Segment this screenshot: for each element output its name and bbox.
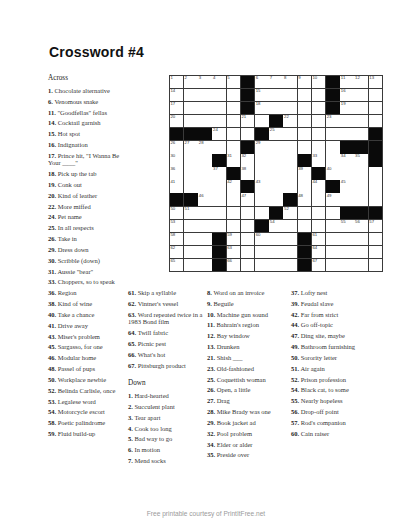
cell-number: 49: [327, 194, 332, 199]
grid-cell[interactable]: [255, 115, 269, 127]
grid-cell[interactable]: 30: [170, 154, 184, 166]
grid-cell[interactable]: [340, 233, 354, 245]
clue: 57. Rod's companion: [291, 419, 385, 427]
down-clue-list-2: 8. Word on an invoice9. Beguile10. Machi…: [207, 289, 292, 459]
grid-cell-black: [255, 220, 269, 232]
grid-cell[interactable]: 50: [170, 207, 184, 219]
grid-cell[interactable]: [283, 128, 297, 140]
grid-cell[interactable]: 59: [227, 233, 241, 245]
clue: 39. Feudal slave: [291, 300, 385, 308]
grid-cell[interactable]: [354, 193, 368, 205]
clue: 19. Conk out: [48, 181, 130, 189]
clue: 35. Preside over: [207, 451, 292, 459]
grid-cell[interactable]: 9: [298, 76, 312, 88]
grid-cell[interactable]: 4: [212, 76, 226, 88]
grid-cell-black: [184, 193, 198, 205]
grid-cell[interactable]: [369, 89, 383, 101]
clue: 12. Bay window: [207, 332, 292, 340]
grid-cell[interactable]: [255, 207, 269, 219]
grid-cell[interactable]: 15: [255, 89, 269, 101]
grid-cell[interactable]: [298, 220, 312, 232]
grid-cell[interactable]: 36: [170, 167, 184, 179]
grid-cell[interactable]: [312, 220, 326, 232]
grid-cell[interactable]: [326, 259, 340, 271]
grid-cell[interactable]: [184, 102, 198, 114]
cell-number: 63: [227, 246, 232, 251]
clue: 42. Far from strict: [291, 311, 385, 319]
grid-cell[interactable]: [212, 207, 226, 219]
grid-cell[interactable]: [326, 207, 340, 219]
grid-cell[interactable]: 26: [170, 141, 184, 153]
grid-cell[interactable]: 55: [340, 220, 354, 232]
cell-number: 21: [241, 115, 246, 120]
clue: 31. Aussie "bear": [48, 268, 130, 276]
grid-cell[interactable]: [241, 259, 255, 271]
grid-cell[interactable]: [298, 102, 312, 114]
clue: 22. More miffed: [48, 203, 130, 211]
grid-cell[interactable]: [354, 128, 368, 140]
cell-number: 34: [341, 154, 346, 159]
grid-cell-black: [255, 128, 269, 140]
grid-cell[interactable]: 18: [255, 102, 269, 114]
grid-cell[interactable]: [255, 246, 269, 258]
clue: 59. Fluid build-up: [48, 430, 130, 438]
grid-cell[interactable]: [312, 128, 326, 140]
grid-cell-black: [212, 259, 226, 271]
grid-cell[interactable]: 62: [170, 246, 184, 258]
cell-number: 59: [227, 233, 232, 238]
clue: 7. Mend socks: [128, 457, 205, 465]
grid-cell[interactable]: [354, 115, 368, 127]
grid-cell-black: [340, 207, 354, 219]
grid-cell[interactable]: 49: [326, 193, 340, 205]
grid-cell[interactable]: [283, 180, 297, 192]
grid-cell[interactable]: 24: [212, 128, 226, 140]
grid-cell[interactable]: 34: [340, 154, 354, 166]
grid-cell[interactable]: [369, 246, 383, 258]
grid-cell[interactable]: 7: [269, 76, 283, 88]
grid-cell[interactable]: [227, 128, 241, 140]
grid-cell[interactable]: [255, 193, 269, 205]
grid-cell[interactable]: 22: [283, 115, 297, 127]
clue: 66. What's hot: [128, 351, 205, 359]
grid-cell[interactable]: 61: [312, 233, 326, 245]
grid-cell[interactable]: 60: [255, 233, 269, 245]
grid-cell[interactable]: [198, 102, 212, 114]
grid-cell[interactable]: [184, 246, 198, 258]
grid-cell[interactable]: [241, 246, 255, 258]
grid-cell[interactable]: 37: [212, 167, 226, 179]
across-clues-column: Across 1. Chocolate alternative6. Venomo…: [48, 74, 130, 441]
grid-cell-black: [212, 154, 226, 166]
grid-cell[interactable]: [269, 233, 283, 245]
grid-cell-black: [298, 246, 312, 258]
grid-cell[interactable]: [340, 246, 354, 258]
grid-cell[interactable]: 54: [269, 220, 283, 232]
grid-cell[interactable]: 65: [170, 259, 184, 271]
grid-cell[interactable]: [269, 141, 283, 153]
grid-cell[interactable]: [369, 180, 383, 192]
grid-cell[interactable]: 46: [198, 193, 212, 205]
clue: 30. Scribble (down): [48, 257, 130, 265]
grid-cell-black: [312, 167, 326, 179]
clue: 50. Workplace newbie: [48, 376, 130, 384]
grid-cell[interactable]: [283, 102, 297, 114]
grid-cell[interactable]: [283, 246, 297, 258]
section-gap: [128, 372, 205, 379]
grid-cell-black: [298, 259, 312, 271]
grid-cell[interactable]: 2: [184, 76, 198, 88]
across-clue-list-1: 1. Chocolate alternative6. Venomous snak…: [48, 87, 130, 438]
cell-number: 56: [355, 220, 360, 225]
grid-cell[interactable]: 67: [312, 259, 326, 271]
grid-cell[interactable]: [212, 180, 226, 192]
grid-cell[interactable]: [269, 259, 283, 271]
cell-number: 45: [341, 180, 346, 185]
grid-cell[interactable]: [298, 128, 312, 140]
grid-cell-black: [212, 233, 226, 245]
grid-cell[interactable]: [269, 180, 283, 192]
grid-cell[interactable]: [184, 89, 198, 101]
grid-cell[interactable]: [354, 180, 368, 192]
grid-cell[interactable]: 56: [354, 220, 368, 232]
cell-number: 55: [341, 220, 346, 225]
grid-cell[interactable]: [212, 193, 226, 205]
grid-cell[interactable]: [227, 207, 241, 219]
grid-cell[interactable]: [198, 180, 212, 192]
grid-cell[interactable]: [227, 193, 241, 205]
grid-cell[interactable]: [198, 89, 212, 101]
grid-cell[interactable]: [369, 115, 383, 127]
grid-cell[interactable]: [269, 193, 283, 205]
grid-cell[interactable]: [283, 154, 297, 166]
cell-number: 40: [327, 167, 332, 172]
clues-column-4: 37. Lofty nest39. Feudal slave42. Far fr…: [291, 289, 385, 441]
grid-cell[interactable]: [326, 154, 340, 166]
grid-cell[interactable]: [269, 246, 283, 258]
grid-cell[interactable]: [354, 233, 368, 245]
grid-cell-black: [354, 141, 368, 153]
grid-cell[interactable]: [298, 180, 312, 192]
grid-cell[interactable]: [283, 220, 297, 232]
clue: 14. Cocktail garnish: [48, 119, 130, 127]
grid-cell[interactable]: 42: [227, 180, 241, 192]
grid-cell[interactable]: 12: [354, 76, 368, 88]
grid-cell[interactable]: [354, 246, 368, 258]
grid-cell[interactable]: [340, 115, 354, 127]
grid-cell[interactable]: [255, 154, 269, 166]
grid-cell[interactable]: [184, 220, 198, 232]
crossword-page: Crossword #4 123456789101112131415161718…: [0, 0, 412, 530]
cell-number: 53: [170, 220, 175, 225]
clue: 32. Pool problem: [207, 430, 292, 438]
cell-number: 16: [341, 89, 346, 94]
grid-cell-black: [369, 207, 383, 219]
cell-number: 66: [227, 259, 232, 264]
grid-cell[interactable]: 45: [340, 180, 354, 192]
clue: 48. Passel of pups: [48, 365, 130, 373]
grid-cell[interactable]: [184, 167, 198, 179]
grid-cell[interactable]: [354, 102, 368, 114]
grid-cell[interactable]: 66: [227, 259, 241, 271]
cell-number: 23: [327, 115, 332, 120]
grid-cell[interactable]: [340, 193, 354, 205]
grid-cell[interactable]: [340, 128, 354, 140]
grid-cell[interactable]: 52: [283, 207, 297, 219]
grid-cell[interactable]: [298, 89, 312, 101]
grid-cell[interactable]: [241, 207, 255, 219]
grid-cell[interactable]: 29: [255, 141, 269, 153]
grid-cell[interactable]: 25: [269, 128, 283, 140]
grid-cell[interactable]: [326, 128, 340, 140]
grid-cell[interactable]: [269, 102, 283, 114]
grid-cell[interactable]: [212, 115, 226, 127]
clue: 55. Nearly hopeless: [291, 397, 385, 405]
grid-cell[interactable]: [326, 233, 340, 245]
grid-cell[interactable]: [198, 115, 212, 127]
grid-cell[interactable]: 20: [170, 115, 184, 127]
grid-cell[interactable]: [354, 167, 368, 179]
grid-cell[interactable]: [255, 259, 269, 271]
grid-cell[interactable]: [227, 220, 241, 232]
clue: 63. Word repeated twice in a 1983 Bond f…: [128, 311, 205, 326]
grid-cell-black: [354, 207, 368, 219]
across-header: Across: [48, 74, 130, 82]
grid-cell[interactable]: 58: [170, 233, 184, 245]
grid-cell[interactable]: 13: [369, 76, 383, 88]
grid-cell[interactable]: [184, 154, 198, 166]
grid-cell[interactable]: [241, 233, 255, 245]
clue: 67. Pittsburgh product: [128, 362, 205, 370]
grid-cell[interactable]: [184, 259, 198, 271]
clue: 17. Prince hit, "I Wanna Be Your ____": [48, 152, 130, 167]
grid-cell[interactable]: [227, 89, 241, 101]
grid-cell[interactable]: 3: [198, 76, 212, 88]
grid-cell[interactable]: [298, 207, 312, 219]
clues-column-2: 61. Skip a syllable62. Vintner's vessel6…: [128, 289, 205, 468]
grid-cell[interactable]: [326, 246, 340, 258]
grid-cell[interactable]: 51: [184, 207, 198, 219]
grid-cell[interactable]: [241, 128, 255, 140]
grid-cell[interactable]: [354, 89, 368, 101]
grid-cell[interactable]: [340, 167, 354, 179]
grid-cell[interactable]: [198, 246, 212, 258]
grid-cell[interactable]: 48: [298, 193, 312, 205]
grid-cell[interactable]: 64: [312, 246, 326, 258]
grid-cell[interactable]: [198, 259, 212, 271]
clue: 3. Tear apart: [128, 414, 205, 422]
clue: 8. Word on an invoice: [207, 289, 292, 297]
grid-cell[interactable]: 35: [354, 154, 368, 166]
grid-cell[interactable]: 38: [241, 167, 255, 179]
grid-cell[interactable]: [354, 259, 368, 271]
grid-cell[interactable]: [298, 141, 312, 153]
grid-cell-black: [326, 76, 340, 88]
clue: 58. Poetic palindrome: [48, 419, 130, 427]
clue: 49. Bathroom furnishing: [291, 343, 385, 351]
clue: 24. Pet name: [48, 213, 130, 221]
grid-cell-black: [326, 180, 340, 192]
clue: 15. Hot spot: [48, 130, 130, 138]
grid-cell-black: [241, 180, 255, 192]
grid-cell-black: [298, 154, 312, 166]
grid-cell[interactable]: 11: [340, 76, 354, 88]
grid-cell[interactable]: [198, 154, 212, 166]
grid-cell[interactable]: 6: [255, 76, 269, 88]
cell-number: 2: [185, 76, 187, 81]
clue: 60. Cain raiser: [291, 430, 385, 438]
cell-number: 38: [241, 167, 246, 172]
grid-cell[interactable]: 28: [198, 141, 212, 153]
grid-cell[interactable]: [241, 220, 255, 232]
grid-cell[interactable]: [369, 193, 383, 205]
cell-number: 44: [312, 180, 317, 185]
clue: 20. Kind of leather: [48, 192, 130, 200]
grid-cell-black: [369, 141, 383, 153]
clue: 11. Bahrain's region: [207, 321, 292, 329]
grid-cell[interactable]: [312, 207, 326, 219]
grid-cell[interactable]: [312, 141, 326, 153]
grid-cell[interactable]: 53: [170, 220, 184, 232]
cell-number: 1: [170, 76, 172, 81]
grid-cell[interactable]: 19: [340, 102, 354, 114]
grid-cell[interactable]: [312, 89, 326, 101]
grid-cell[interactable]: 14: [170, 89, 184, 101]
clue: 46. Modular home: [48, 354, 130, 362]
grid-cell[interactable]: [312, 193, 326, 205]
clue: 2. Succulent plant: [128, 403, 205, 411]
cell-number: 19: [341, 102, 346, 107]
grid-cell[interactable]: [198, 207, 212, 219]
grid-cell[interactable]: [184, 180, 198, 192]
cell-number: 43: [256, 180, 261, 185]
grid-cell[interactable]: [326, 220, 340, 232]
grid-cell[interactable]: 33: [312, 154, 326, 166]
grid-cell[interactable]: [283, 167, 297, 179]
grid-cell[interactable]: 5: [227, 76, 241, 88]
grid-cell[interactable]: [227, 115, 241, 127]
grid-cell[interactable]: [340, 259, 354, 271]
clue: 9. Beguile: [207, 300, 292, 308]
grid-cell[interactable]: 39: [298, 167, 312, 179]
grid-cell[interactable]: [212, 89, 226, 101]
clue: 18. Pick up the tab: [48, 170, 130, 178]
grid-cell-black: [212, 246, 226, 258]
grid-cell-black: [227, 167, 241, 179]
grid-cell[interactable]: [369, 167, 383, 179]
cell-number: 48: [298, 194, 303, 199]
grid-cell[interactable]: 44: [312, 180, 326, 192]
grid-cell[interactable]: [255, 167, 269, 179]
clue: 62. Vintner's vessel: [128, 300, 205, 308]
grid-cell[interactable]: [184, 233, 198, 245]
grid-cell[interactable]: 43: [255, 180, 269, 192]
grid-cell-black: [241, 89, 255, 101]
clue: 38. Kind of wine: [48, 300, 130, 308]
grid-cell[interactable]: [283, 141, 297, 153]
grid-cell[interactable]: [198, 220, 212, 232]
clue: 44. Go off-topic: [291, 321, 385, 329]
grid-cell[interactable]: 40: [326, 167, 340, 179]
grid-cell[interactable]: [212, 141, 226, 153]
grid-cell[interactable]: 32: [241, 154, 255, 166]
grid-cell[interactable]: [326, 141, 340, 153]
grid-cell[interactable]: [269, 89, 283, 101]
grid-cell[interactable]: [369, 259, 383, 271]
grid-cell[interactable]: 57: [369, 220, 383, 232]
grid-cell[interactable]: [198, 233, 212, 245]
cell-number: 27: [185, 141, 190, 146]
grid-cell[interactable]: [227, 141, 241, 153]
grid-cell[interactable]: [212, 102, 226, 114]
grid-cell-black: [170, 193, 184, 205]
grid-cell[interactable]: [283, 259, 297, 271]
grid-cell-black: [184, 128, 198, 140]
cell-number: 60: [256, 233, 261, 238]
grid-cell[interactable]: [198, 167, 212, 179]
grid-cell[interactable]: [369, 233, 383, 245]
clue: 53. Legalese word: [48, 398, 130, 406]
grid-cell[interactable]: [312, 102, 326, 114]
grid-cell[interactable]: [269, 154, 283, 166]
cell-number: 54: [270, 220, 275, 225]
grid-cell[interactable]: [283, 233, 297, 245]
clue: 37. Lofty nest: [291, 289, 385, 297]
grid-cell[interactable]: [369, 102, 383, 114]
clue: 11. "Goodfellas" fellas: [48, 109, 130, 117]
clue: 54. Motorcycle escort: [48, 408, 130, 416]
cell-number: 20: [170, 115, 175, 120]
grid-cell[interactable]: [269, 167, 283, 179]
cell-number: 26: [170, 141, 175, 146]
grid-cell[interactable]: [283, 89, 297, 101]
grid-cell[interactable]: 16: [340, 89, 354, 101]
grid-cell[interactable]: [227, 102, 241, 114]
grid-cell[interactable]: [298, 115, 312, 127]
cell-number: 5: [227, 76, 229, 81]
grid-cell[interactable]: 1: [170, 76, 184, 88]
grid-cell-black: [241, 102, 255, 114]
grid-cell[interactable]: 10: [312, 76, 326, 88]
cell-number: 52: [284, 207, 289, 212]
cell-number: 65: [170, 259, 175, 264]
cell-number: 58: [170, 233, 175, 238]
grid-cell[interactable]: 23: [326, 115, 340, 127]
cell-number: 31: [227, 154, 232, 159]
grid-cell[interactable]: [312, 115, 326, 127]
clue: 41. Drive away: [48, 322, 130, 330]
grid-cell[interactable]: 21: [241, 115, 255, 127]
grid-cell[interactable]: 17: [170, 102, 184, 114]
grid-cell[interactable]: 63: [227, 246, 241, 258]
grid-cell[interactable]: 47: [241, 193, 255, 205]
grid-cell[interactable]: [184, 115, 198, 127]
grid-cell[interactable]: 31: [227, 154, 241, 166]
clue: 28. Mike Brady was one: [207, 408, 292, 416]
cell-number: 62: [170, 246, 175, 251]
grid-cell[interactable]: 27: [184, 141, 198, 153]
clue: 27. Drag: [207, 397, 292, 405]
cell-number: 30: [170, 154, 175, 159]
clue: 51. Air again: [291, 365, 385, 373]
grid-cell[interactable]: 8: [283, 76, 297, 88]
cell-number: 33: [312, 154, 317, 159]
down-clue-list-1: 1. Hard-hearted2. Succulent plant3. Tear…: [128, 392, 205, 465]
down-clue-list-3: 37. Lofty nest39. Feudal slave42. Far fr…: [291, 289, 385, 437]
clue: 23. Old-fashioned: [207, 365, 292, 373]
grid-cell[interactable]: 41: [170, 180, 184, 192]
grid-cell[interactable]: [212, 220, 226, 232]
